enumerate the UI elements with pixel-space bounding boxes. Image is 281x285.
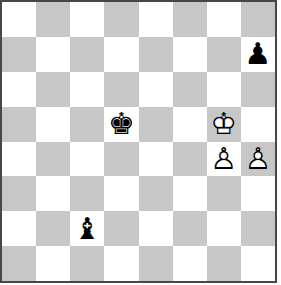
square-a4[interactable]	[2, 142, 36, 177]
white-pawn[interactable]: ♟♙	[241, 142, 275, 177]
square-d2[interactable]	[104, 211, 138, 246]
square-c5[interactable]	[70, 107, 104, 142]
square-b8[interactable]	[36, 2, 70, 37]
square-h2[interactable]	[241, 211, 275, 246]
chess-diagram: ♟♚♚♔♟♙♟♙♝	[0, 0, 281, 285]
square-f4[interactable]	[173, 142, 207, 177]
square-f8[interactable]	[173, 2, 207, 37]
square-c7[interactable]	[70, 37, 104, 72]
square-a7[interactable]	[2, 37, 36, 72]
square-g1[interactable]	[207, 246, 241, 281]
square-a8[interactable]	[2, 2, 36, 37]
square-e5[interactable]	[139, 107, 173, 142]
square-a2[interactable]	[2, 211, 36, 246]
black-bishop[interactable]: ♝	[70, 211, 104, 246]
square-b3[interactable]	[36, 176, 70, 211]
black-king-glyph: ♚	[104, 107, 138, 142]
white-king[interactable]: ♚♔	[207, 107, 241, 142]
square-g4[interactable]: ♟♙	[207, 142, 241, 177]
square-f1[interactable]	[173, 246, 207, 281]
square-e2[interactable]	[139, 211, 173, 246]
square-b4[interactable]	[36, 142, 70, 177]
square-a6[interactable]	[2, 72, 36, 107]
square-g5[interactable]: ♚♔	[207, 107, 241, 142]
square-c2[interactable]: ♝	[70, 211, 104, 246]
square-c3[interactable]	[70, 176, 104, 211]
square-f7[interactable]	[173, 37, 207, 72]
square-h6[interactable]	[241, 72, 275, 107]
square-a5[interactable]	[2, 107, 36, 142]
square-b7[interactable]	[36, 37, 70, 72]
square-d8[interactable]	[104, 2, 138, 37]
square-h1[interactable]	[241, 246, 275, 281]
square-b2[interactable]	[36, 211, 70, 246]
square-b5[interactable]	[36, 107, 70, 142]
square-e1[interactable]	[139, 246, 173, 281]
square-d7[interactable]	[104, 37, 138, 72]
square-e7[interactable]	[139, 37, 173, 72]
square-g6[interactable]	[207, 72, 241, 107]
square-a3[interactable]	[2, 176, 36, 211]
square-h3[interactable]	[241, 176, 275, 211]
square-d4[interactable]	[104, 142, 138, 177]
square-e8[interactable]	[139, 2, 173, 37]
square-e4[interactable]	[139, 142, 173, 177]
white-pawn-glyph: ♙	[207, 142, 241, 177]
square-f3[interactable]	[173, 176, 207, 211]
square-f6[interactable]	[173, 72, 207, 107]
chess-board: ♟♚♚♔♟♙♟♙♝	[0, 0, 277, 283]
square-h7[interactable]: ♟	[241, 37, 275, 72]
black-pawn-glyph: ♟	[241, 37, 275, 72]
black-pawn[interactable]: ♟	[241, 37, 275, 72]
square-g2[interactable]	[207, 211, 241, 246]
square-c8[interactable]	[70, 2, 104, 37]
square-g7[interactable]	[207, 37, 241, 72]
white-pawn[interactable]: ♟♙	[207, 142, 241, 177]
square-g3[interactable]	[207, 176, 241, 211]
square-a1[interactable]	[2, 246, 36, 281]
square-d1[interactable]	[104, 246, 138, 281]
square-c4[interactable]	[70, 142, 104, 177]
square-h5[interactable]	[241, 107, 275, 142]
square-d3[interactable]	[104, 176, 138, 211]
square-b6[interactable]	[36, 72, 70, 107]
square-d5[interactable]: ♚	[104, 107, 138, 142]
square-h4[interactable]: ♟♙	[241, 142, 275, 177]
square-g8[interactable]	[207, 2, 241, 37]
square-f5[interactable]	[173, 107, 207, 142]
black-bishop-glyph: ♝	[70, 211, 104, 246]
square-d6[interactable]	[104, 72, 138, 107]
square-c6[interactable]	[70, 72, 104, 107]
white-king-glyph: ♔	[207, 107, 241, 142]
square-e6[interactable]	[139, 72, 173, 107]
white-pawn-glyph: ♙	[241, 142, 275, 177]
black-king[interactable]: ♚	[104, 107, 138, 142]
square-h8[interactable]	[241, 2, 275, 37]
square-e3[interactable]	[139, 176, 173, 211]
square-b1[interactable]	[36, 246, 70, 281]
square-f2[interactable]	[173, 211, 207, 246]
square-c1[interactable]	[70, 246, 104, 281]
